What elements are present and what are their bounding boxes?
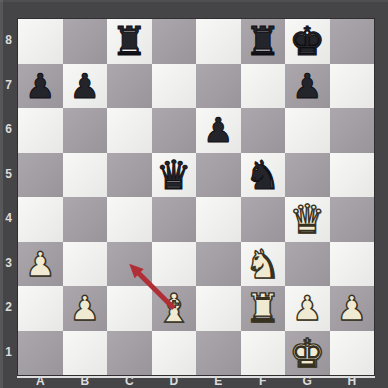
board: ♜♜♚♟♟♟♟♛♞♛♟♞♟♝♜♟♟♚ — [17, 18, 375, 376]
square-d1[interactable] — [152, 331, 197, 376]
square-c3[interactable] — [107, 242, 152, 287]
black-rook-c8[interactable]: ♜ — [107, 19, 152, 64]
square-c7[interactable] — [107, 64, 152, 109]
white-pawn-g2[interactable]: ♟ — [285, 286, 330, 331]
black-rook-f8[interactable]: ♜ — [241, 19, 286, 64]
square-d3[interactable] — [152, 242, 197, 287]
square-g6[interactable] — [285, 108, 330, 153]
file-label-g: G — [285, 374, 330, 388]
square-e2[interactable] — [196, 286, 241, 331]
black-pawn-e6[interactable]: ♟ — [196, 108, 241, 153]
square-f1[interactable] — [241, 331, 286, 376]
square-c2[interactable] — [107, 286, 152, 331]
square-h1[interactable] — [330, 331, 375, 376]
square-h6[interactable] — [330, 108, 375, 153]
square-b4[interactable] — [63, 197, 108, 242]
white-queen-g4[interactable]: ♛ — [285, 197, 330, 242]
white-bishop-d2[interactable]: ♝ — [152, 286, 197, 331]
square-b2[interactable]: ♟ — [63, 286, 108, 331]
square-c1[interactable] — [107, 331, 152, 376]
file-label-f: F — [241, 374, 286, 388]
white-rook-f2[interactable]: ♜ — [241, 286, 286, 331]
square-d7[interactable] — [152, 64, 197, 109]
square-a3[interactable]: ♟ — [18, 242, 63, 287]
square-c8[interactable]: ♜ — [107, 19, 152, 64]
square-h5[interactable] — [330, 153, 375, 198]
square-h8[interactable] — [330, 19, 375, 64]
square-d8[interactable] — [152, 19, 197, 64]
square-h4[interactable] — [330, 197, 375, 242]
square-g4[interactable]: ♛ — [285, 197, 330, 242]
square-f2[interactable]: ♜ — [241, 286, 286, 331]
rank-label-1: 1 — [0, 330, 17, 375]
square-f4[interactable] — [241, 197, 286, 242]
square-c4[interactable] — [107, 197, 152, 242]
square-e1[interactable] — [196, 331, 241, 376]
square-h3[interactable] — [330, 242, 375, 287]
square-e5[interactable] — [196, 153, 241, 198]
square-d4[interactable] — [152, 197, 197, 242]
rank-label-6: 6 — [0, 107, 17, 152]
square-g1[interactable]: ♚ — [285, 331, 330, 376]
square-c6[interactable] — [107, 108, 152, 153]
square-f3[interactable]: ♞ — [241, 242, 286, 287]
square-b1[interactable] — [63, 331, 108, 376]
square-a4[interactable] — [18, 197, 63, 242]
black-knight-f5[interactable]: ♞ — [241, 153, 286, 198]
square-e6[interactable]: ♟ — [196, 108, 241, 153]
square-g2[interactable]: ♟ — [285, 286, 330, 331]
white-pawn-a3[interactable]: ♟ — [18, 242, 63, 287]
file-label-b: B — [63, 374, 108, 388]
rank-label-8: 8 — [0, 18, 17, 63]
square-a5[interactable] — [18, 153, 63, 198]
square-g5[interactable] — [285, 153, 330, 198]
square-a1[interactable] — [18, 331, 63, 376]
file-label-h: H — [330, 374, 375, 388]
square-d5[interactable]: ♛ — [152, 153, 197, 198]
square-b7[interactable]: ♟ — [63, 64, 108, 109]
chessboard-frame: ♜♜♚♟♟♟♟♛♞♛♟♞♟♝♜♟♟♚ 87654321ABCDEFGH — [0, 0, 388, 388]
square-a6[interactable] — [18, 108, 63, 153]
white-knight-f3[interactable]: ♞ — [241, 242, 286, 287]
square-f7[interactable] — [241, 64, 286, 109]
square-b5[interactable] — [63, 153, 108, 198]
square-b8[interactable] — [63, 19, 108, 64]
square-b6[interactable] — [63, 108, 108, 153]
square-g7[interactable]: ♟ — [285, 64, 330, 109]
square-g8[interactable]: ♚ — [285, 19, 330, 64]
black-pawn-b7[interactable]: ♟ — [63, 64, 108, 109]
square-e8[interactable] — [196, 19, 241, 64]
square-c5[interactable] — [107, 153, 152, 198]
square-a2[interactable] — [18, 286, 63, 331]
black-queen-d5[interactable]: ♛ — [152, 153, 197, 198]
square-e7[interactable] — [196, 64, 241, 109]
white-pawn-b2[interactable]: ♟ — [63, 286, 108, 331]
square-d2[interactable]: ♝ — [152, 286, 197, 331]
file-label-d: D — [152, 374, 197, 388]
file-label-a: A — [18, 374, 63, 388]
square-e4[interactable] — [196, 197, 241, 242]
square-d6[interactable] — [152, 108, 197, 153]
square-a8[interactable] — [18, 19, 63, 64]
black-pawn-a7[interactable]: ♟ — [18, 64, 63, 109]
square-h7[interactable] — [330, 64, 375, 109]
square-h2[interactable]: ♟ — [330, 286, 375, 331]
rank-label-5: 5 — [0, 152, 17, 197]
black-pawn-g7[interactable]: ♟ — [285, 64, 330, 109]
rank-label-2: 2 — [0, 285, 17, 330]
rank-label-3: 3 — [0, 241, 17, 286]
square-e3[interactable] — [196, 242, 241, 287]
white-king-g1[interactable]: ♚ — [285, 331, 330, 376]
black-king-g8[interactable]: ♚ — [285, 19, 330, 64]
square-f8[interactable]: ♜ — [241, 19, 286, 64]
file-label-e: E — [196, 374, 241, 388]
file-label-c: C — [107, 374, 152, 388]
square-f6[interactable] — [241, 108, 286, 153]
rank-label-4: 4 — [0, 196, 17, 241]
white-pawn-h2[interactable]: ♟ — [330, 286, 375, 331]
square-a7[interactable]: ♟ — [18, 64, 63, 109]
square-g3[interactable] — [285, 242, 330, 287]
square-b3[interactable] — [63, 242, 108, 287]
rank-label-7: 7 — [0, 63, 17, 108]
square-f5[interactable]: ♞ — [241, 153, 286, 198]
